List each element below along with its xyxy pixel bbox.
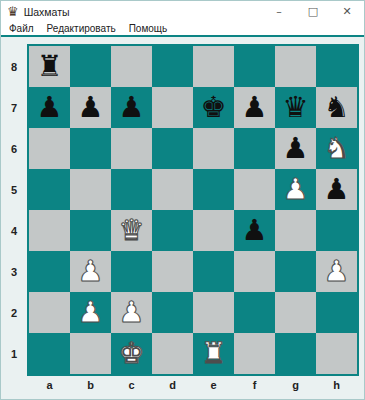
square-c6[interactable] xyxy=(111,128,152,169)
crown-app-icon: ♛ xyxy=(7,5,19,18)
minimize-button[interactable]: – xyxy=(262,1,296,22)
file-label-d: d xyxy=(152,379,193,391)
square-h1[interactable] xyxy=(316,333,357,374)
square-d8[interactable] xyxy=(152,46,193,87)
file-label-f: f xyxy=(234,379,275,391)
square-h4[interactable] xyxy=(316,210,357,251)
square-h3[interactable]: ♟ xyxy=(316,251,357,292)
file-label-a: a xyxy=(29,379,70,391)
square-g3[interactable] xyxy=(275,251,316,292)
white-rook: ♜ xyxy=(201,339,227,368)
square-b4[interactable] xyxy=(70,210,111,251)
square-b8[interactable] xyxy=(70,46,111,87)
white-pawn: ♟ xyxy=(119,298,145,327)
square-b2[interactable]: ♟ xyxy=(70,292,111,333)
menu-item-help[interactable]: Помощь xyxy=(129,23,168,34)
square-d6[interactable] xyxy=(152,128,193,169)
rank-labels: 87654321 xyxy=(1,44,27,376)
square-f2[interactable] xyxy=(234,292,275,333)
rank-label-8: 8 xyxy=(1,46,27,87)
square-f8[interactable] xyxy=(234,46,275,87)
rank-label-6: 6 xyxy=(1,128,27,169)
square-c7[interactable]: ♟ xyxy=(111,87,152,128)
black-king: ♚ xyxy=(201,93,227,122)
square-d2[interactable] xyxy=(152,292,193,333)
square-h6[interactable]: ♞ xyxy=(316,128,357,169)
black-pawn: ♟ xyxy=(324,175,350,204)
menu-item-edit[interactable]: Редактировать xyxy=(47,23,116,34)
square-a4[interactable] xyxy=(29,210,70,251)
file-label-e: e xyxy=(193,379,234,391)
square-c4[interactable]: ♛ xyxy=(111,210,152,251)
board-area: 87654321 ♜♟♟♟♚♟♛♞♟♞♟♟♛♟♟♟♟♟♚♜ abcdefgh xyxy=(1,37,364,399)
square-e1[interactable]: ♜ xyxy=(193,333,234,374)
square-g6[interactable]: ♟ xyxy=(275,128,316,169)
square-e4[interactable] xyxy=(193,210,234,251)
chess-board: ♜♟♟♟♚♟♛♞♟♞♟♟♛♟♟♟♟♟♚♜ xyxy=(27,44,359,376)
rank-label-5: 5 xyxy=(1,169,27,210)
square-a2[interactable] xyxy=(29,292,70,333)
square-f4[interactable]: ♟ xyxy=(234,210,275,251)
black-pawn: ♟ xyxy=(242,93,268,122)
title-bar: ♛ Шахматы – □ ✕ xyxy=(1,1,364,22)
square-h2[interactable] xyxy=(316,292,357,333)
square-a6[interactable] xyxy=(29,128,70,169)
square-g7[interactable]: ♛ xyxy=(275,87,316,128)
square-e6[interactable] xyxy=(193,128,234,169)
square-a7[interactable]: ♟ xyxy=(29,87,70,128)
square-g1[interactable] xyxy=(275,333,316,374)
square-a1[interactable] xyxy=(29,333,70,374)
rank-label-7: 7 xyxy=(1,87,27,128)
square-f5[interactable] xyxy=(234,169,275,210)
square-e2[interactable] xyxy=(193,292,234,333)
square-b7[interactable]: ♟ xyxy=(70,87,111,128)
square-f1[interactable] xyxy=(234,333,275,374)
square-d3[interactable] xyxy=(152,251,193,292)
square-f7[interactable]: ♟ xyxy=(234,87,275,128)
black-pawn: ♟ xyxy=(37,93,63,122)
square-d5[interactable] xyxy=(152,169,193,210)
white-pawn: ♟ xyxy=(78,298,104,327)
file-label-b: b xyxy=(70,379,111,391)
square-c2[interactable]: ♟ xyxy=(111,292,152,333)
menu-bar: Файл Редактировать Помощь xyxy=(1,22,364,35)
square-a5[interactable] xyxy=(29,169,70,210)
square-d7[interactable] xyxy=(152,87,193,128)
square-b6[interactable] xyxy=(70,128,111,169)
black-rook: ♜ xyxy=(37,52,63,81)
white-king: ♚ xyxy=(119,339,145,368)
square-b1[interactable] xyxy=(70,333,111,374)
white-pawn: ♟ xyxy=(283,175,309,204)
square-b3[interactable]: ♟ xyxy=(70,251,111,292)
white-pawn: ♟ xyxy=(324,257,350,286)
square-c1[interactable]: ♚ xyxy=(111,333,152,374)
file-label-c: c xyxy=(111,379,152,391)
square-g8[interactable] xyxy=(275,46,316,87)
square-c8[interactable] xyxy=(111,46,152,87)
square-e7[interactable]: ♚ xyxy=(193,87,234,128)
square-g4[interactable] xyxy=(275,210,316,251)
file-label-h: h xyxy=(316,379,357,391)
square-h8[interactable] xyxy=(316,46,357,87)
rank-label-3: 3 xyxy=(1,251,27,292)
square-f6[interactable] xyxy=(234,128,275,169)
file-label-g: g xyxy=(275,379,316,391)
square-d1[interactable] xyxy=(152,333,193,374)
black-pawn: ♟ xyxy=(283,134,309,163)
chess-app-window: ♛ Шахматы – □ ✕ Файл Редактировать Помощ… xyxy=(0,0,365,400)
rank-label-1: 1 xyxy=(1,333,27,374)
file-labels: abcdefgh xyxy=(29,379,364,391)
rank-label-2: 2 xyxy=(1,292,27,333)
square-c5[interactable] xyxy=(111,169,152,210)
window-controls: – □ ✕ xyxy=(262,1,364,22)
menu-item-file[interactable]: Файл xyxy=(9,23,34,34)
black-pawn: ♟ xyxy=(242,216,268,245)
black-queen: ♛ xyxy=(283,93,309,122)
square-h5[interactable]: ♟ xyxy=(316,169,357,210)
white-queen: ♛ xyxy=(119,216,145,245)
square-b5[interactable] xyxy=(70,169,111,210)
black-pawn: ♟ xyxy=(78,93,104,122)
window-title: Шахматы xyxy=(24,6,70,18)
square-e3[interactable] xyxy=(193,251,234,292)
square-g2[interactable] xyxy=(275,292,316,333)
square-a8[interactable]: ♜ xyxy=(29,46,70,87)
white-pawn: ♟ xyxy=(78,257,104,286)
square-f3[interactable] xyxy=(234,251,275,292)
square-e5[interactable] xyxy=(193,169,234,210)
close-button[interactable]: ✕ xyxy=(330,1,364,22)
square-c3[interactable] xyxy=(111,251,152,292)
square-a3[interactable] xyxy=(29,251,70,292)
white-knight: ♞ xyxy=(324,134,350,163)
rank-label-4: 4 xyxy=(1,210,27,251)
square-e8[interactable] xyxy=(193,46,234,87)
black-knight: ♞ xyxy=(324,93,350,122)
maximize-button[interactable]: □ xyxy=(296,1,330,22)
square-d4[interactable] xyxy=(152,210,193,251)
square-h7[interactable]: ♞ xyxy=(316,87,357,128)
square-g5[interactable]: ♟ xyxy=(275,169,316,210)
black-pawn: ♟ xyxy=(119,93,145,122)
